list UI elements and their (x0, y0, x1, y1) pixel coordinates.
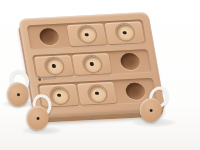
slider-block[interactable] (67, 23, 107, 45)
center-hole (123, 31, 127, 35)
slider-block[interactable] (34, 55, 74, 77)
well-recess (119, 53, 141, 71)
center-hole (16, 93, 19, 96)
brand-logo-mark-icon (38, 77, 42, 80)
slider-track (27, 19, 147, 50)
center-hole (57, 94, 61, 98)
knob-disc (87, 85, 107, 102)
knob-disc (82, 56, 102, 73)
rope-peg-bottom-right[interactable] (136, 85, 170, 123)
peg-disc (139, 97, 162, 122)
slider-block[interactable] (72, 53, 112, 75)
center-hole (36, 116, 39, 119)
knob-disc (77, 26, 97, 43)
peg-disc (26, 105, 50, 130)
well-recess (38, 28, 60, 46)
knob-disc (44, 58, 64, 75)
center-hole (90, 62, 94, 66)
center-hole (149, 108, 152, 111)
slider-block[interactable] (105, 21, 145, 43)
treat-well (110, 51, 150, 73)
center-hole (85, 33, 89, 37)
rope-peg-bottom-left[interactable] (23, 93, 57, 131)
knob-disc (115, 24, 135, 41)
slider-block[interactable] (77, 82, 117, 104)
center-hole (95, 92, 99, 96)
brand-text: peotea (43, 76, 57, 81)
center-hole (52, 64, 56, 68)
treat-well (29, 25, 69, 47)
product-photo-scene: peotea (0, 0, 200, 150)
